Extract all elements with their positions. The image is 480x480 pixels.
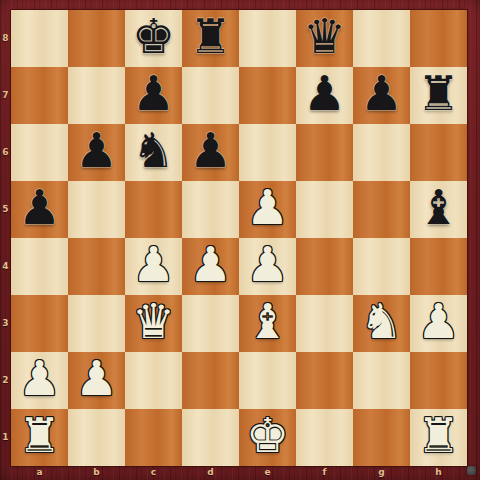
square-b5[interactable] bbox=[68, 181, 125, 238]
square-b4[interactable] bbox=[68, 238, 125, 295]
square-g3[interactable]: ♞ bbox=[353, 295, 410, 352]
black-knight[interactable]: ♞ bbox=[132, 122, 175, 179]
square-b6[interactable]: ♟ bbox=[68, 124, 125, 181]
black-rook[interactable]: ♜ bbox=[417, 65, 460, 122]
white-pawn[interactable]: ♟ bbox=[75, 350, 118, 407]
file-label-h: h bbox=[410, 467, 467, 477]
file-label-b: b bbox=[68, 467, 125, 477]
square-a3[interactable] bbox=[11, 295, 68, 352]
square-e5[interactable]: ♟ bbox=[239, 181, 296, 238]
square-d7[interactable] bbox=[182, 67, 239, 124]
move-indicator-dot bbox=[467, 466, 476, 475]
square-d5[interactable] bbox=[182, 181, 239, 238]
square-c6[interactable]: ♞ bbox=[125, 124, 182, 181]
square-d3[interactable] bbox=[182, 295, 239, 352]
square-e8[interactable] bbox=[239, 10, 296, 67]
square-a4[interactable] bbox=[11, 238, 68, 295]
black-pawn[interactable]: ♟ bbox=[189, 122, 232, 179]
black-pawn[interactable]: ♟ bbox=[75, 122, 118, 179]
rank-label-7: 7 bbox=[0, 67, 11, 124]
file-label-c: c bbox=[125, 467, 182, 477]
square-c4[interactable]: ♟ bbox=[125, 238, 182, 295]
square-h5[interactable]: ♝ bbox=[410, 181, 467, 238]
square-e1[interactable]: ♚ bbox=[239, 409, 296, 466]
square-c2[interactable] bbox=[125, 352, 182, 409]
white-pawn[interactable]: ♟ bbox=[417, 293, 460, 350]
square-d4[interactable]: ♟ bbox=[182, 238, 239, 295]
square-h4[interactable] bbox=[410, 238, 467, 295]
square-d1[interactable] bbox=[182, 409, 239, 466]
white-rook[interactable]: ♜ bbox=[18, 407, 61, 464]
square-h7[interactable]: ♜ bbox=[410, 67, 467, 124]
square-d2[interactable] bbox=[182, 352, 239, 409]
square-g7[interactable]: ♟ bbox=[353, 67, 410, 124]
square-h3[interactable]: ♟ bbox=[410, 295, 467, 352]
white-pawn[interactable]: ♟ bbox=[246, 179, 289, 236]
square-a2[interactable]: ♟ bbox=[11, 352, 68, 409]
square-e4[interactable]: ♟ bbox=[239, 238, 296, 295]
rank-label-6: 6 bbox=[0, 124, 11, 181]
white-pawn[interactable]: ♟ bbox=[132, 236, 175, 293]
square-c1[interactable] bbox=[125, 409, 182, 466]
square-c7[interactable]: ♟ bbox=[125, 67, 182, 124]
black-pawn[interactable]: ♟ bbox=[360, 65, 403, 122]
square-g4[interactable] bbox=[353, 238, 410, 295]
rank-label-4: 4 bbox=[0, 238, 11, 295]
black-pawn[interactable]: ♟ bbox=[303, 65, 346, 122]
board-frame: ♚♜♛♟♟♟♜♟♞♟♟♟♝♟♟♟♛♝♞♟♟♟♜♚♜ abcdefgh876543… bbox=[0, 0, 480, 480]
square-e7[interactable] bbox=[239, 67, 296, 124]
square-f2[interactable] bbox=[296, 352, 353, 409]
black-king[interactable]: ♚ bbox=[132, 8, 175, 65]
square-b1[interactable] bbox=[68, 409, 125, 466]
square-d8[interactable]: ♜ bbox=[182, 10, 239, 67]
file-label-d: d bbox=[182, 467, 239, 477]
square-h1[interactable]: ♜ bbox=[410, 409, 467, 466]
black-rook[interactable]: ♜ bbox=[189, 8, 232, 65]
square-f3[interactable] bbox=[296, 295, 353, 352]
square-a6[interactable] bbox=[11, 124, 68, 181]
file-label-f: f bbox=[296, 467, 353, 477]
square-e6[interactable] bbox=[239, 124, 296, 181]
square-a8[interactable] bbox=[11, 10, 68, 67]
file-label-e: e bbox=[239, 467, 296, 477]
board: ♚♜♛♟♟♟♜♟♞♟♟♟♝♟♟♟♛♝♞♟♟♟♜♚♜ bbox=[11, 10, 467, 466]
square-b8[interactable] bbox=[68, 10, 125, 67]
square-c5[interactable] bbox=[125, 181, 182, 238]
square-f7[interactable]: ♟ bbox=[296, 67, 353, 124]
white-pawn[interactable]: ♟ bbox=[246, 236, 289, 293]
square-f5[interactable] bbox=[296, 181, 353, 238]
square-h2[interactable] bbox=[410, 352, 467, 409]
square-b2[interactable]: ♟ bbox=[68, 352, 125, 409]
white-pawn[interactable]: ♟ bbox=[18, 350, 61, 407]
rank-label-2: 2 bbox=[0, 352, 11, 409]
rank-label-5: 5 bbox=[0, 181, 11, 238]
black-pawn[interactable]: ♟ bbox=[132, 65, 175, 122]
rank-label-3: 3 bbox=[0, 295, 11, 352]
square-e2[interactable] bbox=[239, 352, 296, 409]
square-e3[interactable]: ♝ bbox=[239, 295, 296, 352]
square-f6[interactable] bbox=[296, 124, 353, 181]
square-b7[interactable] bbox=[68, 67, 125, 124]
white-rook[interactable]: ♜ bbox=[417, 407, 460, 464]
square-f8[interactable]: ♛ bbox=[296, 10, 353, 67]
square-h6[interactable] bbox=[410, 124, 467, 181]
square-a7[interactable] bbox=[11, 67, 68, 124]
black-bishop[interactable]: ♝ bbox=[417, 179, 460, 236]
square-g5[interactable] bbox=[353, 181, 410, 238]
file-label-g: g bbox=[353, 467, 410, 477]
file-label-a: a bbox=[11, 467, 68, 477]
white-knight[interactable]: ♞ bbox=[360, 293, 403, 350]
square-c3[interactable]: ♛ bbox=[125, 295, 182, 352]
white-bishop[interactable]: ♝ bbox=[246, 293, 289, 350]
white-pawn[interactable]: ♟ bbox=[189, 236, 232, 293]
square-f4[interactable] bbox=[296, 238, 353, 295]
square-b3[interactable] bbox=[68, 295, 125, 352]
square-h8[interactable] bbox=[410, 10, 467, 67]
black-pawn[interactable]: ♟ bbox=[18, 179, 61, 236]
square-g8[interactable] bbox=[353, 10, 410, 67]
rank-label-8: 8 bbox=[0, 10, 11, 67]
white-king[interactable]: ♚ bbox=[246, 407, 289, 464]
square-g2[interactable] bbox=[353, 352, 410, 409]
square-d6[interactable]: ♟ bbox=[182, 124, 239, 181]
square-c8[interactable]: ♚ bbox=[125, 10, 182, 67]
white-queen[interactable]: ♛ bbox=[132, 293, 175, 350]
square-a5[interactable]: ♟ bbox=[11, 181, 68, 238]
square-g1[interactable] bbox=[353, 409, 410, 466]
square-g6[interactable] bbox=[353, 124, 410, 181]
rank-label-1: 1 bbox=[0, 409, 11, 466]
square-a1[interactable]: ♜ bbox=[11, 409, 68, 466]
square-f1[interactable] bbox=[296, 409, 353, 466]
black-queen[interactable]: ♛ bbox=[303, 8, 346, 65]
